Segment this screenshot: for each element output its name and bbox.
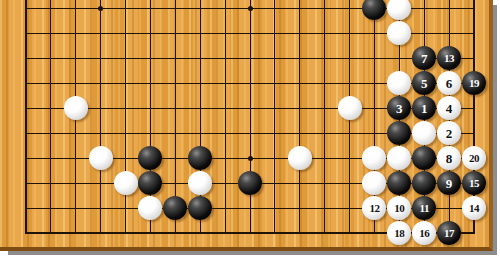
go-stone-white xyxy=(387,146,411,170)
star-point xyxy=(248,6,253,11)
go-stone-black: 7 xyxy=(412,46,436,70)
move-number: 3 xyxy=(396,102,403,115)
go-stone-white xyxy=(114,171,138,195)
move-number: 18 xyxy=(394,228,404,239)
go-stone-white xyxy=(387,71,411,95)
go-stone-white xyxy=(188,171,212,195)
move-number: 8 xyxy=(446,152,453,165)
go-stone-white: 16 xyxy=(412,221,436,245)
go-stone-white xyxy=(338,96,362,120)
go-stone-white xyxy=(288,146,312,170)
go-stone-white xyxy=(138,196,162,220)
go-stone-white xyxy=(89,146,113,170)
go-board[interactable]: 7135619314282091512101114181617 xyxy=(0,0,493,251)
go-stone-black xyxy=(188,146,212,170)
go-stone-black xyxy=(138,146,162,170)
grid-line-v xyxy=(225,0,226,234)
grid-line-v xyxy=(125,0,126,234)
move-number: 4 xyxy=(446,102,453,115)
go-stone-white xyxy=(412,121,436,145)
grid-line-v xyxy=(324,0,325,234)
go-stone-black: 15 xyxy=(462,171,486,195)
move-number: 13 xyxy=(444,53,454,64)
go-stone-white xyxy=(64,96,88,120)
go-stone-black xyxy=(412,171,436,195)
go-stone-white: 18 xyxy=(387,221,411,245)
move-number: 19 xyxy=(469,78,479,89)
move-number: 11 xyxy=(420,203,429,214)
go-diagram: 7135619314282091512101114181617 xyxy=(0,0,500,260)
go-stone-white: 20 xyxy=(462,146,486,170)
go-stone-black: 19 xyxy=(462,71,486,95)
go-stone-black: 3 xyxy=(387,96,411,120)
go-stone-black: 13 xyxy=(437,46,461,70)
go-stone-white: 8 xyxy=(437,146,461,170)
star-point xyxy=(98,6,103,11)
move-number: 10 xyxy=(394,203,404,214)
go-stone-white xyxy=(362,146,386,170)
move-number: 5 xyxy=(421,77,428,90)
go-stone-white xyxy=(387,21,411,45)
go-stone-white: 14 xyxy=(462,196,486,220)
move-number: 6 xyxy=(446,77,453,90)
go-stone-black xyxy=(238,171,262,195)
move-number: 1 xyxy=(421,102,428,115)
move-number: 2 xyxy=(446,127,453,140)
go-stone-black xyxy=(412,146,436,170)
grid-line-v xyxy=(299,0,300,234)
move-number: 20 xyxy=(469,153,479,164)
grid-line-v xyxy=(250,0,251,234)
move-number: 15 xyxy=(469,178,479,189)
go-stone-black xyxy=(163,196,187,220)
go-stone-black: 17 xyxy=(437,221,461,245)
go-stone-black: 9 xyxy=(437,171,461,195)
star-point xyxy=(248,156,253,161)
go-stone-white xyxy=(362,171,386,195)
grid-line-v xyxy=(100,0,101,234)
move-number: 9 xyxy=(446,177,453,190)
go-stone-white: 10 xyxy=(387,196,411,220)
go-stone-white: 6 xyxy=(437,71,461,95)
move-number: 12 xyxy=(369,203,379,214)
go-stone-white: 12 xyxy=(362,196,386,220)
go-stone-white: 2 xyxy=(437,121,461,145)
grid-line-v xyxy=(25,0,27,234)
go-stone-black xyxy=(188,196,212,220)
grid-line-v xyxy=(50,0,51,234)
go-stone-white: 4 xyxy=(437,96,461,120)
go-stone-black: 11 xyxy=(412,196,436,220)
go-stone-black xyxy=(362,0,386,20)
move-number: 16 xyxy=(419,228,429,239)
go-stone-black xyxy=(387,121,411,145)
move-number: 7 xyxy=(421,52,428,65)
go-stone-white xyxy=(387,0,411,20)
go-stone-black: 5 xyxy=(412,71,436,95)
go-stone-black xyxy=(387,171,411,195)
move-number: 14 xyxy=(469,203,479,214)
grid-line-h xyxy=(25,58,475,59)
go-stone-black: 1 xyxy=(412,96,436,120)
go-stone-black xyxy=(138,171,162,195)
move-number: 17 xyxy=(444,228,454,239)
grid-line-v xyxy=(274,0,275,234)
